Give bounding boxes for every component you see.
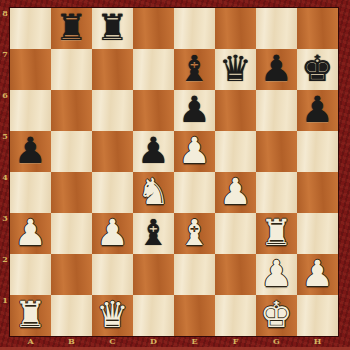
square-g4[interactable] (256, 172, 297, 213)
square-d3[interactable]: ♝ (133, 213, 174, 254)
white-bishop[interactable]: ♝ (178, 213, 210, 253)
square-b6[interactable] (51, 90, 92, 131)
white-queen[interactable]: ♛ (96, 295, 128, 335)
rank-label-6: 6 (0, 90, 10, 131)
square-h8[interactable] (297, 8, 338, 49)
square-a8[interactable] (10, 8, 51, 49)
white-rook[interactable]: ♜ (260, 213, 292, 253)
white-pawn[interactable]: ♟ (260, 254, 292, 294)
square-e2[interactable] (174, 254, 215, 295)
square-a1[interactable]: ♜ (10, 295, 51, 336)
square-a4[interactable] (10, 172, 51, 213)
square-d4[interactable]: ♞ (133, 172, 174, 213)
square-c8[interactable]: ♜ (92, 8, 133, 49)
square-d1[interactable] (133, 295, 174, 336)
square-b7[interactable] (51, 49, 92, 90)
square-g3[interactable]: ♜ (256, 213, 297, 254)
square-e7[interactable]: ♝ (174, 49, 215, 90)
chess-board: ♜♜♝♛♟♚♟♟♟♟♟♞♟♟♟♝♝♜♟♟♜♛♚ (10, 8, 338, 336)
square-f3[interactable] (215, 213, 256, 254)
square-h4[interactable] (297, 172, 338, 213)
square-g8[interactable] (256, 8, 297, 49)
square-b3[interactable] (51, 213, 92, 254)
square-d5[interactable]: ♟ (133, 131, 174, 172)
square-c5[interactable] (92, 131, 133, 172)
square-e6[interactable]: ♟ (174, 90, 215, 131)
black-bishop[interactable]: ♝ (137, 213, 169, 253)
black-rook[interactable]: ♜ (55, 8, 87, 48)
black-king[interactable]: ♚ (301, 49, 333, 89)
square-g1[interactable]: ♚ (256, 295, 297, 336)
square-h3[interactable] (297, 213, 338, 254)
black-pawn[interactable]: ♟ (260, 49, 292, 89)
rank-label-3: 3 (0, 213, 10, 254)
square-e4[interactable] (174, 172, 215, 213)
rank-label-1: 1 (0, 295, 10, 336)
square-c6[interactable] (92, 90, 133, 131)
square-f4[interactable]: ♟ (215, 172, 256, 213)
square-b1[interactable] (51, 295, 92, 336)
square-e3[interactable]: ♝ (174, 213, 215, 254)
square-a7[interactable] (10, 49, 51, 90)
black-pawn[interactable]: ♟ (14, 131, 46, 171)
white-pawn[interactable]: ♟ (301, 254, 333, 294)
black-pawn[interactable]: ♟ (137, 131, 169, 171)
white-rook[interactable]: ♜ (14, 295, 46, 335)
white-pawn[interactable]: ♟ (96, 213, 128, 253)
white-knight[interactable]: ♞ (137, 172, 169, 212)
square-d8[interactable] (133, 8, 174, 49)
square-e8[interactable] (174, 8, 215, 49)
square-e1[interactable] (174, 295, 215, 336)
black-bishop[interactable]: ♝ (178, 49, 210, 89)
black-rook[interactable]: ♜ (96, 8, 128, 48)
black-pawn[interactable]: ♟ (178, 90, 210, 130)
square-d7[interactable] (133, 49, 174, 90)
white-pawn[interactable]: ♟ (14, 213, 46, 253)
square-h2[interactable]: ♟ (297, 254, 338, 295)
square-g5[interactable] (256, 131, 297, 172)
square-c3[interactable]: ♟ (92, 213, 133, 254)
square-b8[interactable]: ♜ (51, 8, 92, 49)
square-c7[interactable] (92, 49, 133, 90)
square-f8[interactable] (215, 8, 256, 49)
square-g7[interactable]: ♟ (256, 49, 297, 90)
square-f7[interactable]: ♛ (215, 49, 256, 90)
square-h1[interactable] (297, 295, 338, 336)
rank-label-5: 5 (0, 131, 10, 172)
rank-label-2: 2 (0, 254, 10, 295)
square-a3[interactable]: ♟ (10, 213, 51, 254)
chess-board-frame: ♜♜♝♛♟♚♟♟♟♟♟♞♟♟♟♝♝♜♟♟♜♛♚ 87654321 ABCDEFG… (0, 0, 350, 350)
square-c1[interactable]: ♛ (92, 295, 133, 336)
rank-label-4: 4 (0, 172, 10, 213)
square-a2[interactable] (10, 254, 51, 295)
white-king[interactable]: ♚ (260, 295, 292, 335)
square-a5[interactable]: ♟ (10, 131, 51, 172)
square-b5[interactable] (51, 131, 92, 172)
square-f6[interactable] (215, 90, 256, 131)
square-h7[interactable]: ♚ (297, 49, 338, 90)
square-b4[interactable] (51, 172, 92, 213)
square-f5[interactable] (215, 131, 256, 172)
square-f1[interactable] (215, 295, 256, 336)
square-h5[interactable] (297, 131, 338, 172)
square-c4[interactable] (92, 172, 133, 213)
black-queen[interactable]: ♛ (219, 49, 251, 89)
square-d2[interactable] (133, 254, 174, 295)
white-pawn[interactable]: ♟ (219, 172, 251, 212)
square-h6[interactable]: ♟ (297, 90, 338, 131)
square-b2[interactable] (51, 254, 92, 295)
black-pawn[interactable]: ♟ (301, 90, 333, 130)
square-c2[interactable] (92, 254, 133, 295)
rank-label-8: 8 (0, 8, 10, 49)
square-d6[interactable] (133, 90, 174, 131)
rank-label-7: 7 (0, 49, 10, 90)
square-a6[interactable] (10, 90, 51, 131)
square-e5[interactable]: ♟ (174, 131, 215, 172)
square-f2[interactable] (215, 254, 256, 295)
square-g6[interactable] (256, 90, 297, 131)
white-pawn[interactable]: ♟ (178, 131, 210, 171)
square-g2[interactable]: ♟ (256, 254, 297, 295)
